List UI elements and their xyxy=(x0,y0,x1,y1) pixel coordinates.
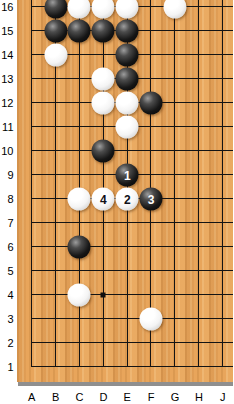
go-diagram: 16151413121110987654321 1423 ABCDEFGHJ xyxy=(0,0,233,404)
intersection-G5[interactable] xyxy=(163,259,187,283)
intersection-B15[interactable] xyxy=(44,19,68,43)
intersection-G7[interactable] xyxy=(163,211,187,235)
intersection-B10[interactable] xyxy=(44,139,68,163)
column-label-A: A xyxy=(20,390,44,403)
intersection-A7[interactable] xyxy=(20,211,44,235)
row-label-9: 9 xyxy=(0,163,15,187)
intersection-H11[interactable] xyxy=(187,115,211,139)
column-label-E: E xyxy=(115,390,139,403)
intersection-E12[interactable] xyxy=(115,91,139,115)
white-stone-E16 xyxy=(116,0,139,19)
intersection-A5[interactable] xyxy=(20,259,44,283)
intersection-C1[interactable] xyxy=(68,355,92,379)
intersection-J12[interactable] xyxy=(211,91,233,115)
intersection-C10[interactable] xyxy=(68,139,92,163)
intersection-G12[interactable] xyxy=(163,91,187,115)
intersection-D7[interactable] xyxy=(91,211,115,235)
intersection-C6[interactable] xyxy=(68,235,92,259)
intersection-G6[interactable] xyxy=(163,235,187,259)
move-number: 3 xyxy=(148,193,155,205)
row-label-8: 8 xyxy=(0,187,15,211)
intersection-E7[interactable] xyxy=(115,211,139,235)
intersection-G13[interactable] xyxy=(163,67,187,91)
intersection-E4[interactable] xyxy=(115,283,139,307)
intersection-A13[interactable] xyxy=(20,67,44,91)
intersection-E13[interactable] xyxy=(115,67,139,91)
intersection-H15[interactable] xyxy=(187,19,211,43)
intersection-H1[interactable] xyxy=(187,355,211,379)
intersection-D1[interactable] xyxy=(91,355,115,379)
white-stone-C16 xyxy=(68,0,91,19)
intersection-B6[interactable] xyxy=(44,235,68,259)
intersection-J15[interactable] xyxy=(211,19,233,43)
intersection-C4[interactable] xyxy=(68,283,92,307)
board-grid: 1423 xyxy=(20,0,233,379)
column-labels: ABCDEFGHJ xyxy=(20,390,233,403)
intersection-G11[interactable] xyxy=(163,115,187,139)
intersection-A12[interactable] xyxy=(20,91,44,115)
white-stone-E12 xyxy=(116,92,139,115)
intersection-C3[interactable] xyxy=(68,307,92,331)
intersection-E2[interactable] xyxy=(115,331,139,355)
intersection-E10[interactable] xyxy=(115,139,139,163)
intersection-D8[interactable]: 4 xyxy=(91,187,115,211)
row-label-5: 5 xyxy=(0,259,15,283)
intersection-H10[interactable] xyxy=(187,139,211,163)
intersection-C12[interactable] xyxy=(68,91,92,115)
intersection-J7[interactable] xyxy=(211,211,233,235)
intersection-G14[interactable] xyxy=(163,43,187,67)
go-board: 1423 xyxy=(17,0,234,382)
row-label-16: 16 xyxy=(0,0,15,19)
row-labels: 16151413121110987654321 xyxy=(0,0,15,379)
intersection-D16[interactable] xyxy=(91,0,115,19)
intersection-F4[interactable] xyxy=(139,283,163,307)
intersection-C14[interactable] xyxy=(68,43,92,67)
intersection-C9[interactable] xyxy=(68,163,92,187)
column-label-D: D xyxy=(91,390,115,403)
intersection-F2[interactable] xyxy=(139,331,163,355)
intersection-E8[interactable]: 2 xyxy=(115,187,139,211)
black-stone-F12 xyxy=(140,92,163,115)
move-number: 2 xyxy=(124,193,131,205)
intersection-C2[interactable] xyxy=(68,331,92,355)
intersection-F11[interactable] xyxy=(139,115,163,139)
intersection-B13[interactable] xyxy=(44,67,68,91)
black-stone-E13 xyxy=(116,68,139,91)
white-stone-D16 xyxy=(92,0,115,19)
intersection-G2[interactable] xyxy=(163,331,187,355)
intersection-C7[interactable] xyxy=(68,211,92,235)
intersection-F3[interactable] xyxy=(139,307,163,331)
intersection-D6[interactable] xyxy=(91,235,115,259)
black-stone-D10 xyxy=(92,140,115,163)
white-stone-B14 xyxy=(44,44,67,67)
intersection-C13[interactable] xyxy=(68,67,92,91)
intersection-G1[interactable] xyxy=(163,355,187,379)
intersection-A16[interactable] xyxy=(20,0,44,19)
intersection-H12[interactable] xyxy=(187,91,211,115)
intersection-C8[interactable] xyxy=(68,187,92,211)
intersection-B3[interactable] xyxy=(44,307,68,331)
intersection-H13[interactable] xyxy=(187,67,211,91)
intersection-G8[interactable] xyxy=(163,187,187,211)
intersection-A9[interactable] xyxy=(20,163,44,187)
intersection-E15[interactable] xyxy=(115,19,139,43)
intersection-F6[interactable] xyxy=(139,235,163,259)
intersection-J8[interactable] xyxy=(211,187,233,211)
intersection-B14[interactable] xyxy=(44,43,68,67)
black-stone-D15 xyxy=(92,20,115,43)
intersection-D5[interactable] xyxy=(91,259,115,283)
white-stone-E8: 2 xyxy=(116,188,139,211)
white-stone-C8 xyxy=(68,188,91,211)
intersection-A1[interactable] xyxy=(20,355,44,379)
board-bottom-shadow xyxy=(18,382,233,387)
column-label-B: B xyxy=(44,390,68,403)
intersection-D14[interactable] xyxy=(91,43,115,67)
intersection-F12[interactable] xyxy=(139,91,163,115)
intersection-D12[interactable] xyxy=(91,91,115,115)
intersection-H3[interactable] xyxy=(187,307,211,331)
black-stone-E14 xyxy=(116,44,139,67)
white-stone-D13 xyxy=(92,68,115,91)
intersection-J6[interactable] xyxy=(211,235,233,259)
intersection-D15[interactable] xyxy=(91,19,115,43)
intersection-A14[interactable] xyxy=(20,43,44,67)
black-stone-C15 xyxy=(68,20,91,43)
row-label-1: 1 xyxy=(0,355,15,379)
row-label-14: 14 xyxy=(0,43,15,67)
intersection-G9[interactable] xyxy=(163,163,187,187)
intersection-D4[interactable] xyxy=(91,283,115,307)
intersection-F16[interactable] xyxy=(139,0,163,19)
white-stone-F3 xyxy=(140,308,163,331)
row-label-15: 15 xyxy=(0,19,15,43)
intersection-F5[interactable] xyxy=(139,259,163,283)
intersection-F1[interactable] xyxy=(139,355,163,379)
intersection-F10[interactable] xyxy=(139,139,163,163)
intersection-C5[interactable] xyxy=(68,259,92,283)
intersection-G16[interactable] xyxy=(163,0,187,19)
intersection-E5[interactable] xyxy=(115,259,139,283)
black-stone-B16 xyxy=(44,0,67,19)
intersection-E11[interactable] xyxy=(115,115,139,139)
intersection-H16[interactable] xyxy=(187,0,211,19)
intersection-H2[interactable] xyxy=(187,331,211,355)
black-stone-B15 xyxy=(44,20,67,43)
black-stone-E15 xyxy=(116,20,139,43)
intersection-B7[interactable] xyxy=(44,211,68,235)
intersection-B4[interactable] xyxy=(44,283,68,307)
row-label-12: 12 xyxy=(0,91,15,115)
intersection-J9[interactable] xyxy=(211,163,233,187)
intersection-H6[interactable] xyxy=(187,235,211,259)
white-stone-G16 xyxy=(164,0,187,19)
white-stone-D12 xyxy=(92,92,115,115)
intersection-D11[interactable] xyxy=(91,115,115,139)
intersection-B9[interactable] xyxy=(44,163,68,187)
intersection-C11[interactable] xyxy=(68,115,92,139)
row-label-11: 11 xyxy=(0,115,15,139)
intersection-D3[interactable] xyxy=(91,307,115,331)
intersection-J11[interactable] xyxy=(211,115,233,139)
black-stone-E9: 1 xyxy=(116,164,139,187)
intersection-F13[interactable] xyxy=(139,67,163,91)
white-stone-D8: 4 xyxy=(92,188,115,211)
intersection-C15[interactable] xyxy=(68,19,92,43)
intersection-F9[interactable] xyxy=(139,163,163,187)
intersection-A3[interactable] xyxy=(20,307,44,331)
intersection-E14[interactable] xyxy=(115,43,139,67)
intersection-J3[interactable] xyxy=(211,307,233,331)
intersection-D2[interactable] xyxy=(91,331,115,355)
intersection-G10[interactable] xyxy=(163,139,187,163)
intersection-H14[interactable] xyxy=(187,43,211,67)
intersection-E9[interactable]: 1 xyxy=(115,163,139,187)
row-label-7: 7 xyxy=(0,211,15,235)
intersection-A8[interactable] xyxy=(20,187,44,211)
intersection-H7[interactable] xyxy=(187,211,211,235)
intersection-J14[interactable] xyxy=(211,43,233,67)
intersection-J10[interactable] xyxy=(211,139,233,163)
intersection-J1[interactable] xyxy=(211,355,233,379)
intersection-E6[interactable] xyxy=(115,235,139,259)
row-label-6: 6 xyxy=(0,235,15,259)
intersection-D10[interactable] xyxy=(91,139,115,163)
intersection-B2[interactable] xyxy=(44,331,68,355)
intersection-F15[interactable] xyxy=(139,19,163,43)
row-label-13: 13 xyxy=(0,67,15,91)
intersection-F7[interactable] xyxy=(139,211,163,235)
column-label-G: G xyxy=(163,390,187,403)
intersection-C16[interactable] xyxy=(68,0,92,19)
intersection-A6[interactable] xyxy=(20,235,44,259)
black-stone-F8: 3 xyxy=(140,188,163,211)
intersection-F8[interactable]: 3 xyxy=(139,187,163,211)
intersection-D13[interactable] xyxy=(91,67,115,91)
intersection-H4[interactable] xyxy=(187,283,211,307)
intersection-E1[interactable] xyxy=(115,355,139,379)
intersection-E16[interactable] xyxy=(115,0,139,19)
intersection-H9[interactable] xyxy=(187,163,211,187)
intersection-A15[interactable] xyxy=(20,19,44,43)
intersection-J2[interactable] xyxy=(211,331,233,355)
row-label-2: 2 xyxy=(0,331,15,355)
intersection-B16[interactable] xyxy=(44,0,68,19)
row-label-10: 10 xyxy=(0,139,15,163)
intersection-B11[interactable] xyxy=(44,115,68,139)
intersection-G3[interactable] xyxy=(163,307,187,331)
column-label-H: H xyxy=(187,390,211,403)
white-stone-E11 xyxy=(116,116,139,139)
intersection-H5[interactable] xyxy=(187,259,211,283)
intersection-A10[interactable] xyxy=(20,139,44,163)
intersection-E3[interactable] xyxy=(115,307,139,331)
intersection-B5[interactable] xyxy=(44,259,68,283)
intersection-B12[interactable] xyxy=(44,91,68,115)
intersection-J5[interactable] xyxy=(211,259,233,283)
star-point-D4 xyxy=(101,293,106,298)
intersection-G4[interactable] xyxy=(163,283,187,307)
intersection-A2[interactable] xyxy=(20,331,44,355)
column-label-J: J xyxy=(211,390,233,403)
intersection-A11[interactable] xyxy=(20,115,44,139)
row-label-4: 4 xyxy=(0,283,15,307)
intersection-D9[interactable] xyxy=(91,163,115,187)
intersection-B8[interactable] xyxy=(44,187,68,211)
row-label-3: 3 xyxy=(0,307,15,331)
column-label-F: F xyxy=(139,390,163,403)
intersection-G15[interactable] xyxy=(163,19,187,43)
move-number: 1 xyxy=(124,169,131,181)
white-stone-C4 xyxy=(68,284,91,307)
black-stone-C6 xyxy=(68,236,91,259)
intersection-F14[interactable] xyxy=(139,43,163,67)
intersection-H8[interactable] xyxy=(187,187,211,211)
column-label-C: C xyxy=(68,390,92,403)
intersection-J16[interactable] xyxy=(211,0,233,19)
intersection-J4[interactable] xyxy=(211,283,233,307)
intersection-A4[interactable] xyxy=(20,283,44,307)
intersection-B1[interactable] xyxy=(44,355,68,379)
move-number: 4 xyxy=(100,193,107,205)
intersection-J13[interactable] xyxy=(211,67,233,91)
